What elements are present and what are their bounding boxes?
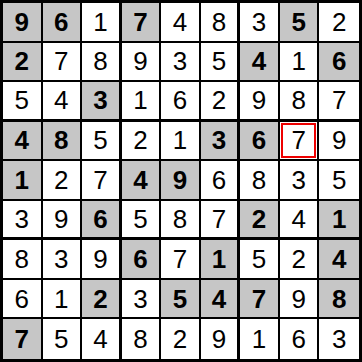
cell-digit: 6 (54, 9, 68, 35)
cell-r8c1[interactable]: 6 (3, 280, 43, 320)
cell-digit: 5 (15, 87, 29, 113)
cell-r5c4[interactable]: 4 (122, 161, 162, 201)
cell-digit: 7 (133, 9, 147, 35)
cell-digit: 8 (252, 167, 266, 193)
cell-r9c7[interactable]: 1 (240, 319, 280, 359)
cell-r8c8[interactable]: 9 (280, 280, 320, 320)
cell-digit: 6 (212, 167, 226, 193)
cell-r4c9[interactable]: 9 (319, 122, 359, 162)
cell-r8c3[interactable]: 2 (82, 280, 122, 320)
cell-digit: 5 (212, 48, 226, 74)
cell-r2c5[interactable]: 3 (161, 43, 201, 83)
cell-r7c4[interactable]: 6 (122, 240, 162, 280)
cell-r1c7[interactable]: 3 (240, 3, 280, 43)
cell-digit: 9 (54, 206, 68, 232)
cell-digit: 9 (332, 127, 346, 153)
cell-digit: 3 (15, 206, 29, 232)
cell-r6c4[interactable]: 5 (122, 201, 162, 241)
cell-digit: 9 (93, 246, 107, 272)
cell-r2c1[interactable]: 2 (3, 43, 43, 83)
cell-r8c6[interactable]: 4 (201, 280, 241, 320)
cell-r9c5[interactable]: 2 (161, 319, 201, 359)
cell-r5c3[interactable]: 7 (82, 161, 122, 201)
cell-r4c5[interactable]: 1 (161, 122, 201, 162)
cell-digit: 3 (173, 48, 187, 74)
cell-r9c2[interactable]: 5 (43, 319, 83, 359)
cell-r5c7[interactable]: 8 (240, 161, 280, 201)
cell-r1c1[interactable]: 9 (3, 3, 43, 43)
cell-r3c9[interactable]: 7 (319, 82, 359, 122)
cell-digit: 3 (291, 167, 305, 193)
cell-digit: 4 (54, 87, 68, 113)
cell-digit: 5 (252, 246, 266, 272)
cell-r7c1[interactable]: 8 (3, 240, 43, 280)
cell-r3c2[interactable]: 4 (43, 82, 83, 122)
cell-digit: 1 (133, 87, 147, 113)
cell-r3c8[interactable]: 8 (280, 82, 320, 122)
cell-digit: 3 (212, 127, 226, 153)
cell-r9c6[interactable]: 9 (201, 319, 241, 359)
cell-r1c2[interactable]: 6 (43, 3, 83, 43)
cell-r1c3[interactable]: 1 (82, 3, 122, 43)
cell-digit: 4 (252, 48, 266, 74)
cell-digit: 8 (291, 87, 305, 113)
cell-digit: 6 (252, 127, 266, 153)
cell-digit: 8 (212, 9, 226, 35)
cell-r8c4[interactable]: 3 (122, 280, 162, 320)
cell-r4c1[interactable]: 4 (3, 122, 43, 162)
cell-r6c8[interactable]: 4 (280, 201, 320, 241)
cell-r7c5[interactable]: 7 (161, 240, 201, 280)
cell-digit: 9 (291, 286, 305, 312)
cell-r9c4[interactable]: 8 (122, 319, 162, 359)
cell-digit: 5 (93, 127, 107, 153)
cell-digit: 2 (93, 286, 107, 312)
cell-digit: 7 (93, 167, 107, 193)
cell-digit: 6 (291, 326, 305, 352)
cell-r3c1[interactable]: 5 (3, 82, 43, 122)
cell-digit: 1 (212, 246, 226, 272)
cell-digit: 2 (15, 48, 29, 74)
cell-r9c1[interactable]: 7 (3, 319, 43, 359)
cell-digit: 7 (173, 246, 187, 272)
cell-digit: 1 (15, 167, 29, 193)
cell-digit: 5 (173, 286, 187, 312)
cell-r5c1[interactable]: 1 (3, 161, 43, 201)
cell-r3c3[interactable]: 3 (82, 82, 122, 122)
cell-digit: 4 (133, 167, 147, 193)
cell-r5c9[interactable]: 5 (319, 161, 359, 201)
cell-r7c8[interactable]: 2 (280, 240, 320, 280)
cell-digit: 9 (173, 167, 187, 193)
cell-r8c7[interactable]: 7 (240, 280, 280, 320)
cell-r5c8[interactable]: 3 (280, 161, 320, 201)
cell-r5c6[interactable]: 6 (201, 161, 241, 201)
cell-digit: 2 (133, 127, 147, 153)
cell-r4c3[interactable]: 5 (82, 122, 122, 162)
cell-r6c2[interactable]: 9 (43, 201, 83, 241)
cell-r6c9[interactable]: 1 (319, 201, 359, 241)
cell-r4c4[interactable]: 2 (122, 122, 162, 162)
cell-r7c6[interactable]: 1 (201, 240, 241, 280)
cell-digit: 7 (332, 87, 346, 113)
cell-r9c8[interactable]: 6 (280, 319, 320, 359)
cell-digit: 9 (212, 326, 226, 352)
cell-r1c5[interactable]: 4 (161, 3, 201, 43)
cell-digit: 1 (173, 127, 187, 153)
cell-r6c5[interactable]: 8 (161, 201, 201, 241)
cell-r9c9[interactable]: 3 (319, 319, 359, 359)
cell-digit: 2 (173, 326, 187, 352)
cell-digit: 7 (15, 326, 29, 352)
cell-r2c3[interactable]: 8 (82, 43, 122, 83)
cell-r2c7[interactable]: 4 (240, 43, 280, 83)
cell-r6c1[interactable]: 3 (3, 201, 43, 241)
cell-digit: 8 (173, 206, 187, 232)
cell-digit: 4 (332, 246, 346, 272)
cell-digit: 6 (332, 48, 346, 74)
sudoku-app: 9617483522789354165431629874852136791274… (0, 0, 362, 362)
cell-digit: 7 (54, 48, 68, 74)
cell-r9c3[interactable]: 4 (82, 319, 122, 359)
cell-r8c5[interactable]: 5 (161, 280, 201, 320)
cell-digit: 1 (332, 206, 346, 232)
cell-digit: 1 (252, 326, 266, 352)
cell-digit: 1 (93, 9, 107, 35)
cell-digit: 9 (252, 87, 266, 113)
cell-r2c6[interactable]: 5 (201, 43, 241, 83)
cell-digit: 6 (15, 286, 29, 312)
cell-r3c7[interactable]: 9 (240, 82, 280, 122)
cell-digit: 8 (54, 127, 68, 153)
cell-digit: 7 (212, 206, 226, 232)
cell-r5c5[interactable]: 9 (161, 161, 201, 201)
cell-digit: 2 (252, 206, 266, 232)
cell-r1c8[interactable]: 5 (280, 3, 320, 43)
cell-digit: 2 (332, 9, 346, 35)
cell-digit: 9 (15, 9, 29, 35)
cell-digit: 7 (252, 286, 266, 312)
cell-r8c9[interactable]: 8 (319, 280, 359, 320)
cell-r7c2[interactable]: 3 (43, 240, 83, 280)
cell-digit: 6 (93, 206, 107, 232)
cell-digit: 3 (93, 87, 107, 113)
cell-digit: 4 (291, 206, 305, 232)
cell-digit: 8 (15, 246, 29, 272)
cell-r6c7[interactable]: 2 (240, 201, 280, 241)
cell-digit: 1 (291, 48, 305, 74)
cell-digit: 3 (252, 9, 266, 35)
cell-r5c2[interactable]: 2 (43, 161, 83, 201)
cell-r2c9[interactable]: 6 (319, 43, 359, 83)
cell-r4c8[interactable]: 7 (280, 122, 320, 162)
cell-digit: 1 (54, 286, 68, 312)
cell-digit: 4 (15, 127, 29, 153)
cell-digit: 8 (93, 48, 107, 74)
cell-r7c7[interactable]: 5 (240, 240, 280, 280)
cell-r1c6[interactable]: 8 (201, 3, 241, 43)
cell-digit: 8 (133, 326, 147, 352)
cell-digit: 3 (133, 286, 147, 312)
cell-digit: 5 (133, 206, 147, 232)
cell-r1c4[interactable]: 7 (122, 3, 162, 43)
cell-r4c2[interactable]: 8 (43, 122, 83, 162)
cell-digit: 4 (93, 326, 107, 352)
cell-digit: 2 (54, 167, 68, 193)
cell-digit: 8 (332, 286, 346, 312)
cell-r3c4[interactable]: 1 (122, 82, 162, 122)
cell-digit: 2 (212, 87, 226, 113)
cell-digit: 4 (212, 286, 226, 312)
cell-digit: 7 (291, 127, 305, 153)
cell-r4c7[interactable]: 6 (240, 122, 280, 162)
cell-r7c3[interactable]: 9 (82, 240, 122, 280)
cell-digit: 4 (173, 9, 187, 35)
cell-r6c6[interactable]: 7 (201, 201, 241, 241)
cell-r6c3[interactable]: 6 (82, 201, 122, 241)
cell-r2c2[interactable]: 7 (43, 43, 83, 83)
cell-digit: 9 (133, 48, 147, 74)
cell-digit: 3 (54, 246, 68, 272)
cell-r2c4[interactable]: 9 (122, 43, 162, 83)
cell-digit: 6 (173, 87, 187, 113)
cell-digit: 3 (332, 326, 346, 352)
cell-digit: 2 (291, 246, 305, 272)
cell-digit: 5 (332, 167, 346, 193)
cell-r1c9[interactable]: 2 (319, 3, 359, 43)
cell-r3c5[interactable]: 6 (161, 82, 201, 122)
sudoku-board: 9617483522789354165431629874852136791274… (0, 0, 362, 362)
cell-r4c6[interactable]: 3 (201, 122, 241, 162)
cell-digit: 5 (291, 9, 305, 35)
cell-r8c2[interactable]: 1 (43, 280, 83, 320)
cell-digit: 5 (54, 326, 68, 352)
cell-r2c8[interactable]: 1 (280, 43, 320, 83)
cell-r7c9[interactable]: 4 (319, 240, 359, 280)
cell-r3c6[interactable]: 2 (201, 82, 241, 122)
cell-digit: 6 (133, 246, 147, 272)
